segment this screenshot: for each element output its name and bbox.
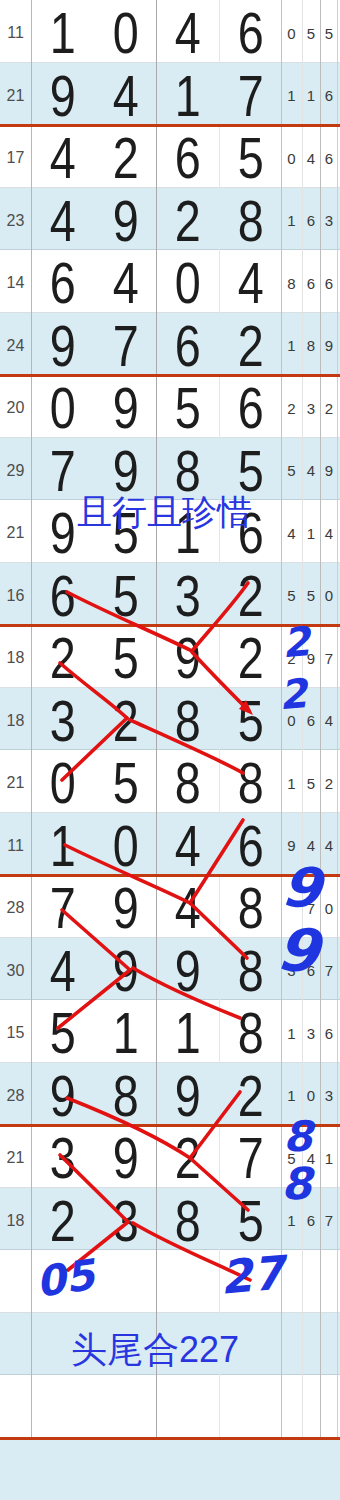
draw-digit-cell: 8 (219, 750, 282, 816)
row-sum-label: 21 (0, 500, 31, 566)
draw-row: 219417116 (0, 63, 340, 126)
draw-digit-cell: 5 (219, 1188, 282, 1254)
row-sum-label: 16 (0, 563, 31, 629)
handwritten-blue-note: 05 (33, 1254, 97, 1304)
draw-digit-cell: 6 (219, 0, 282, 66)
draw-digit-cell: 5 (219, 688, 282, 754)
draw-digit-cell: 9 (156, 625, 219, 691)
aux-digit-cell: 6 (320, 125, 338, 191)
aux-digit-cell: 3 (320, 188, 338, 254)
draw-digit-cell: 1 (94, 1000, 157, 1066)
draw-digit-cell: 5 (94, 750, 157, 816)
draw-digit-cell: 4 (156, 813, 219, 879)
draw-row: 174265046 (0, 125, 340, 188)
draw-row: 234928163 (0, 188, 340, 251)
grid-vline-mid (156, 0, 157, 1437)
period-separator (0, 1437, 340, 1440)
draw-digit-cell: 9 (156, 1063, 219, 1129)
draw-digit-cell: 2 (219, 313, 282, 379)
aux-digit-cell: 3 (320, 1063, 338, 1129)
draw-digit-cell: 9 (31, 313, 94, 379)
aux-digit-cell: 2 (320, 750, 338, 816)
row-sum-label: 29 (0, 438, 31, 504)
draw-digit-cell: 8 (156, 1188, 219, 1254)
aux-digit-cell: 8 (281, 250, 302, 316)
handwritten-blue-note: 9 (279, 858, 324, 918)
row-sum-label: 11 (0, 813, 31, 879)
draw-digit-cell: 5 (156, 375, 219, 441)
draw-digit-cell: 2 (94, 125, 157, 191)
draw-digit-cell: 6 (156, 313, 219, 379)
handwritten-blue-note: 27 (218, 1249, 286, 1300)
draw-digit-cell: 2 (219, 1063, 282, 1129)
row-sum-label: 23 (0, 188, 31, 254)
aux-digit-cell: 6 (320, 1000, 338, 1066)
draw-row: 249762189 (0, 313, 340, 376)
draw-row: 111046055 (0, 0, 340, 63)
draw-digit-cell: 7 (219, 1125, 282, 1191)
draw-digit-cell: 1 (31, 813, 94, 879)
aux-digit-cell: 0 (281, 125, 302, 191)
row-sum-label: 18 (0, 1188, 31, 1254)
row-sum-label: 20 (0, 375, 31, 441)
draw-digit-cell: 4 (31, 938, 94, 1004)
row-sum-label: 18 (0, 625, 31, 691)
aux-digit-cell: 6 (320, 63, 338, 129)
draw-digit-cell: 9 (31, 63, 94, 129)
number-grid: 1110460552194171161742650462349281631464… (0, 0, 340, 1438)
row-sum-label: 24 (0, 313, 31, 379)
draw-digit-cell: 7 (31, 875, 94, 941)
draw-digit-cell: 4 (31, 188, 94, 254)
handwritten-blue-note: 9 (274, 918, 322, 982)
period-separator (0, 124, 340, 127)
draw-digit-cell: 8 (94, 1063, 157, 1129)
lottery-trend-chart: 1110460552194171161742650462349281631464… (0, 0, 340, 1500)
draw-digit-cell: 3 (156, 563, 219, 629)
aux-digit-cell: 5 (320, 0, 338, 66)
period-separator (0, 374, 340, 377)
draw-digit-cell: 4 (219, 250, 282, 316)
aux-digit-cell: 0 (320, 875, 338, 941)
draw-digit-cell: 8 (219, 188, 282, 254)
handwritten-blue-note: 8 (281, 1162, 312, 1206)
aux-digit-cell: 3 (302, 375, 320, 441)
draw-digit-cell: 4 (94, 63, 157, 129)
draw-digit-cell: 9 (156, 938, 219, 1004)
draw-digit-cell: 9 (94, 1125, 157, 1191)
aux-digit-cell: 1 (302, 63, 320, 129)
draw-digit-cell: 2 (31, 1188, 94, 1254)
aux-digit-cell (320, 1375, 338, 1437)
draw-digit-cell: 3 (31, 688, 94, 754)
draw-digit-cell: 4 (156, 0, 219, 66)
draw-row: 146404866 (0, 250, 340, 313)
draw-digit-cell (94, 1250, 157, 1312)
row-sum-label: 30 (0, 938, 31, 1004)
draw-digit-cell: 8 (219, 875, 282, 941)
row-sum-label (0, 1250, 31, 1312)
draw-digit-cell: 5 (31, 1000, 94, 1066)
draw-digit-cell: 6 (219, 813, 282, 879)
aux-digit-cell (302, 1250, 320, 1312)
draw-digit-cell: 0 (156, 250, 219, 316)
aux-digit-cell (302, 1375, 320, 1437)
grid-vline-edge (337, 0, 338, 1437)
row-sum-label: 15 (0, 1000, 31, 1066)
draw-digit-cell: 8 (156, 688, 219, 754)
aux-digit-cell: 4 (320, 688, 338, 754)
aux-digit-cell: 7 (320, 1188, 338, 1254)
aux-digit-cell: 9 (320, 313, 338, 379)
grid-vline-label (31, 0, 32, 1437)
aux-digit-cell: 9 (320, 438, 338, 504)
draw-digit-cell: 1 (156, 63, 219, 129)
row-sum-label: 17 (0, 125, 31, 191)
draw-digit-cell: 3 (94, 1188, 157, 1254)
aux-digit-cell (302, 1313, 320, 1375)
grid-vline-aux1 (302, 0, 303, 1437)
aux-digit-cell: 0 (281, 0, 302, 66)
row-sum-label: 18 (0, 688, 31, 754)
row-sum-label: 11 (0, 0, 31, 66)
aux-digit-cell: 4 (302, 438, 320, 504)
bottom-blue-band (0, 1439, 340, 1500)
draw-digit-cell: 9 (94, 938, 157, 1004)
aux-digit-cell: 4 (281, 500, 302, 566)
draw-digit-cell: 2 (219, 563, 282, 629)
draw-digit-cell: 8 (219, 1000, 282, 1066)
draw-digit-cell (156, 1375, 219, 1437)
draw-digit-cell (31, 1375, 94, 1437)
aux-digit-cell (320, 1313, 338, 1375)
aux-digit-cell: 5 (302, 750, 320, 816)
grid-vline-aux2 (320, 0, 321, 1437)
aux-digit-cell: 6 (320, 250, 338, 316)
draw-digit-cell: 0 (94, 0, 157, 66)
aux-digit-cell: 1 (281, 1000, 302, 1066)
aux-digit-cell: 4 (320, 500, 338, 566)
draw-digit-cell: 9 (94, 188, 157, 254)
draw-digit-cell: 5 (219, 125, 282, 191)
draw-digit-cell: 6 (31, 563, 94, 629)
aux-digit-cell: 4 (302, 125, 320, 191)
aux-digit-cell: 1 (281, 188, 302, 254)
handwritten-blue-note: 8 (283, 1116, 312, 1158)
row-sum-label: 28 (0, 1063, 31, 1129)
draw-digit-cell: 2 (219, 625, 282, 691)
aux-digit-cell: 3 (302, 1000, 320, 1066)
draw-digit-cell: 0 (31, 750, 94, 816)
row-sum-label (0, 1375, 31, 1437)
row-sum-label: 21 (0, 63, 31, 129)
aux-digit-cell: 5 (281, 438, 302, 504)
handwritten-blue-note: 2 (277, 673, 308, 715)
draw-digit-cell: 2 (94, 688, 157, 754)
draw-digit-cell: 1 (156, 1000, 219, 1066)
aux-digit-cell: 7 (320, 938, 338, 1004)
draw-digit-cell: 7 (219, 63, 282, 129)
draw-digit-cell: 4 (94, 250, 157, 316)
aux-digit-cell: 1 (302, 500, 320, 566)
aux-digit-cell: 1 (281, 750, 302, 816)
draw-row: 200956232 (0, 375, 340, 438)
draw-digit-cell: 2 (156, 188, 219, 254)
aux-digit-cell: 2 (281, 375, 302, 441)
draw-digit-cell: 5 (94, 563, 157, 629)
aux-digit-cell: 8 (302, 313, 320, 379)
grid-vline-faint (219, 0, 220, 1437)
draw-digit-cell: 9 (31, 1063, 94, 1129)
draw-digit-cell (94, 1375, 157, 1437)
grid-vline-right (281, 0, 282, 1437)
aux-digit-cell: 2 (320, 375, 338, 441)
draw-digit-cell: 0 (94, 813, 157, 879)
draw-row: 155118136 (0, 1000, 340, 1063)
draw-digit-cell (219, 1375, 282, 1437)
row-sum-label: 21 (0, 1125, 31, 1191)
draw-digit-cell: 1 (31, 0, 94, 66)
aux-digit-cell: 1 (281, 63, 302, 129)
draw-digit-cell: 9 (94, 375, 157, 441)
aux-digit-cell: 1 (320, 1125, 338, 1191)
aux-digit-cell (320, 1250, 338, 1312)
draw-digit-cell: 0 (31, 375, 94, 441)
aux-digit-cell: 5 (302, 0, 320, 66)
draw-row: 166532550 (0, 563, 340, 626)
draw-digit-cell: 4 (31, 125, 94, 191)
handwritten-blue-note: 2 (280, 621, 311, 663)
draw-digit-cell: 7 (94, 313, 157, 379)
row-sum-label: 21 (0, 750, 31, 816)
aux-digit-cell: 1 (281, 313, 302, 379)
aux-digit-cell: 6 (302, 188, 320, 254)
draw-digit-cell: 6 (219, 375, 282, 441)
row-sum-label: 14 (0, 250, 31, 316)
aux-digit-cell (281, 1375, 302, 1437)
aux-digit-cell (281, 1313, 302, 1375)
aux-digit-cell: 6 (302, 250, 320, 316)
draw-digit-cell: 8 (156, 750, 219, 816)
draw-digit-cell: 3 (31, 1125, 94, 1191)
draw-digit-cell: 8 (219, 938, 282, 1004)
aux-digit-cell: 0 (320, 563, 338, 629)
draw-digit-cell: 5 (94, 625, 157, 691)
caption-tou-wei-he-227: 头尾合227 (71, 1326, 239, 1375)
draw-digit-cell: 9 (94, 875, 157, 941)
row-sum-label: 28 (0, 875, 31, 941)
draw-digit-cell: 6 (156, 125, 219, 191)
row-sum-label (0, 1313, 31, 1375)
draw-digit-cell (156, 1250, 219, 1312)
draw-digit-cell: 2 (31, 625, 94, 691)
draw-digit-cell: 2 (156, 1125, 219, 1191)
draw-row (0, 1375, 340, 1438)
draw-digit-cell: 4 (156, 875, 219, 941)
aux-digit-cell: 7 (320, 625, 338, 691)
draw-digit-cell: 6 (31, 250, 94, 316)
draw-row: 210588152 (0, 750, 340, 813)
caption-qie-xing-qie-zhen-xi: 且行且珍惜 (77, 489, 252, 536)
